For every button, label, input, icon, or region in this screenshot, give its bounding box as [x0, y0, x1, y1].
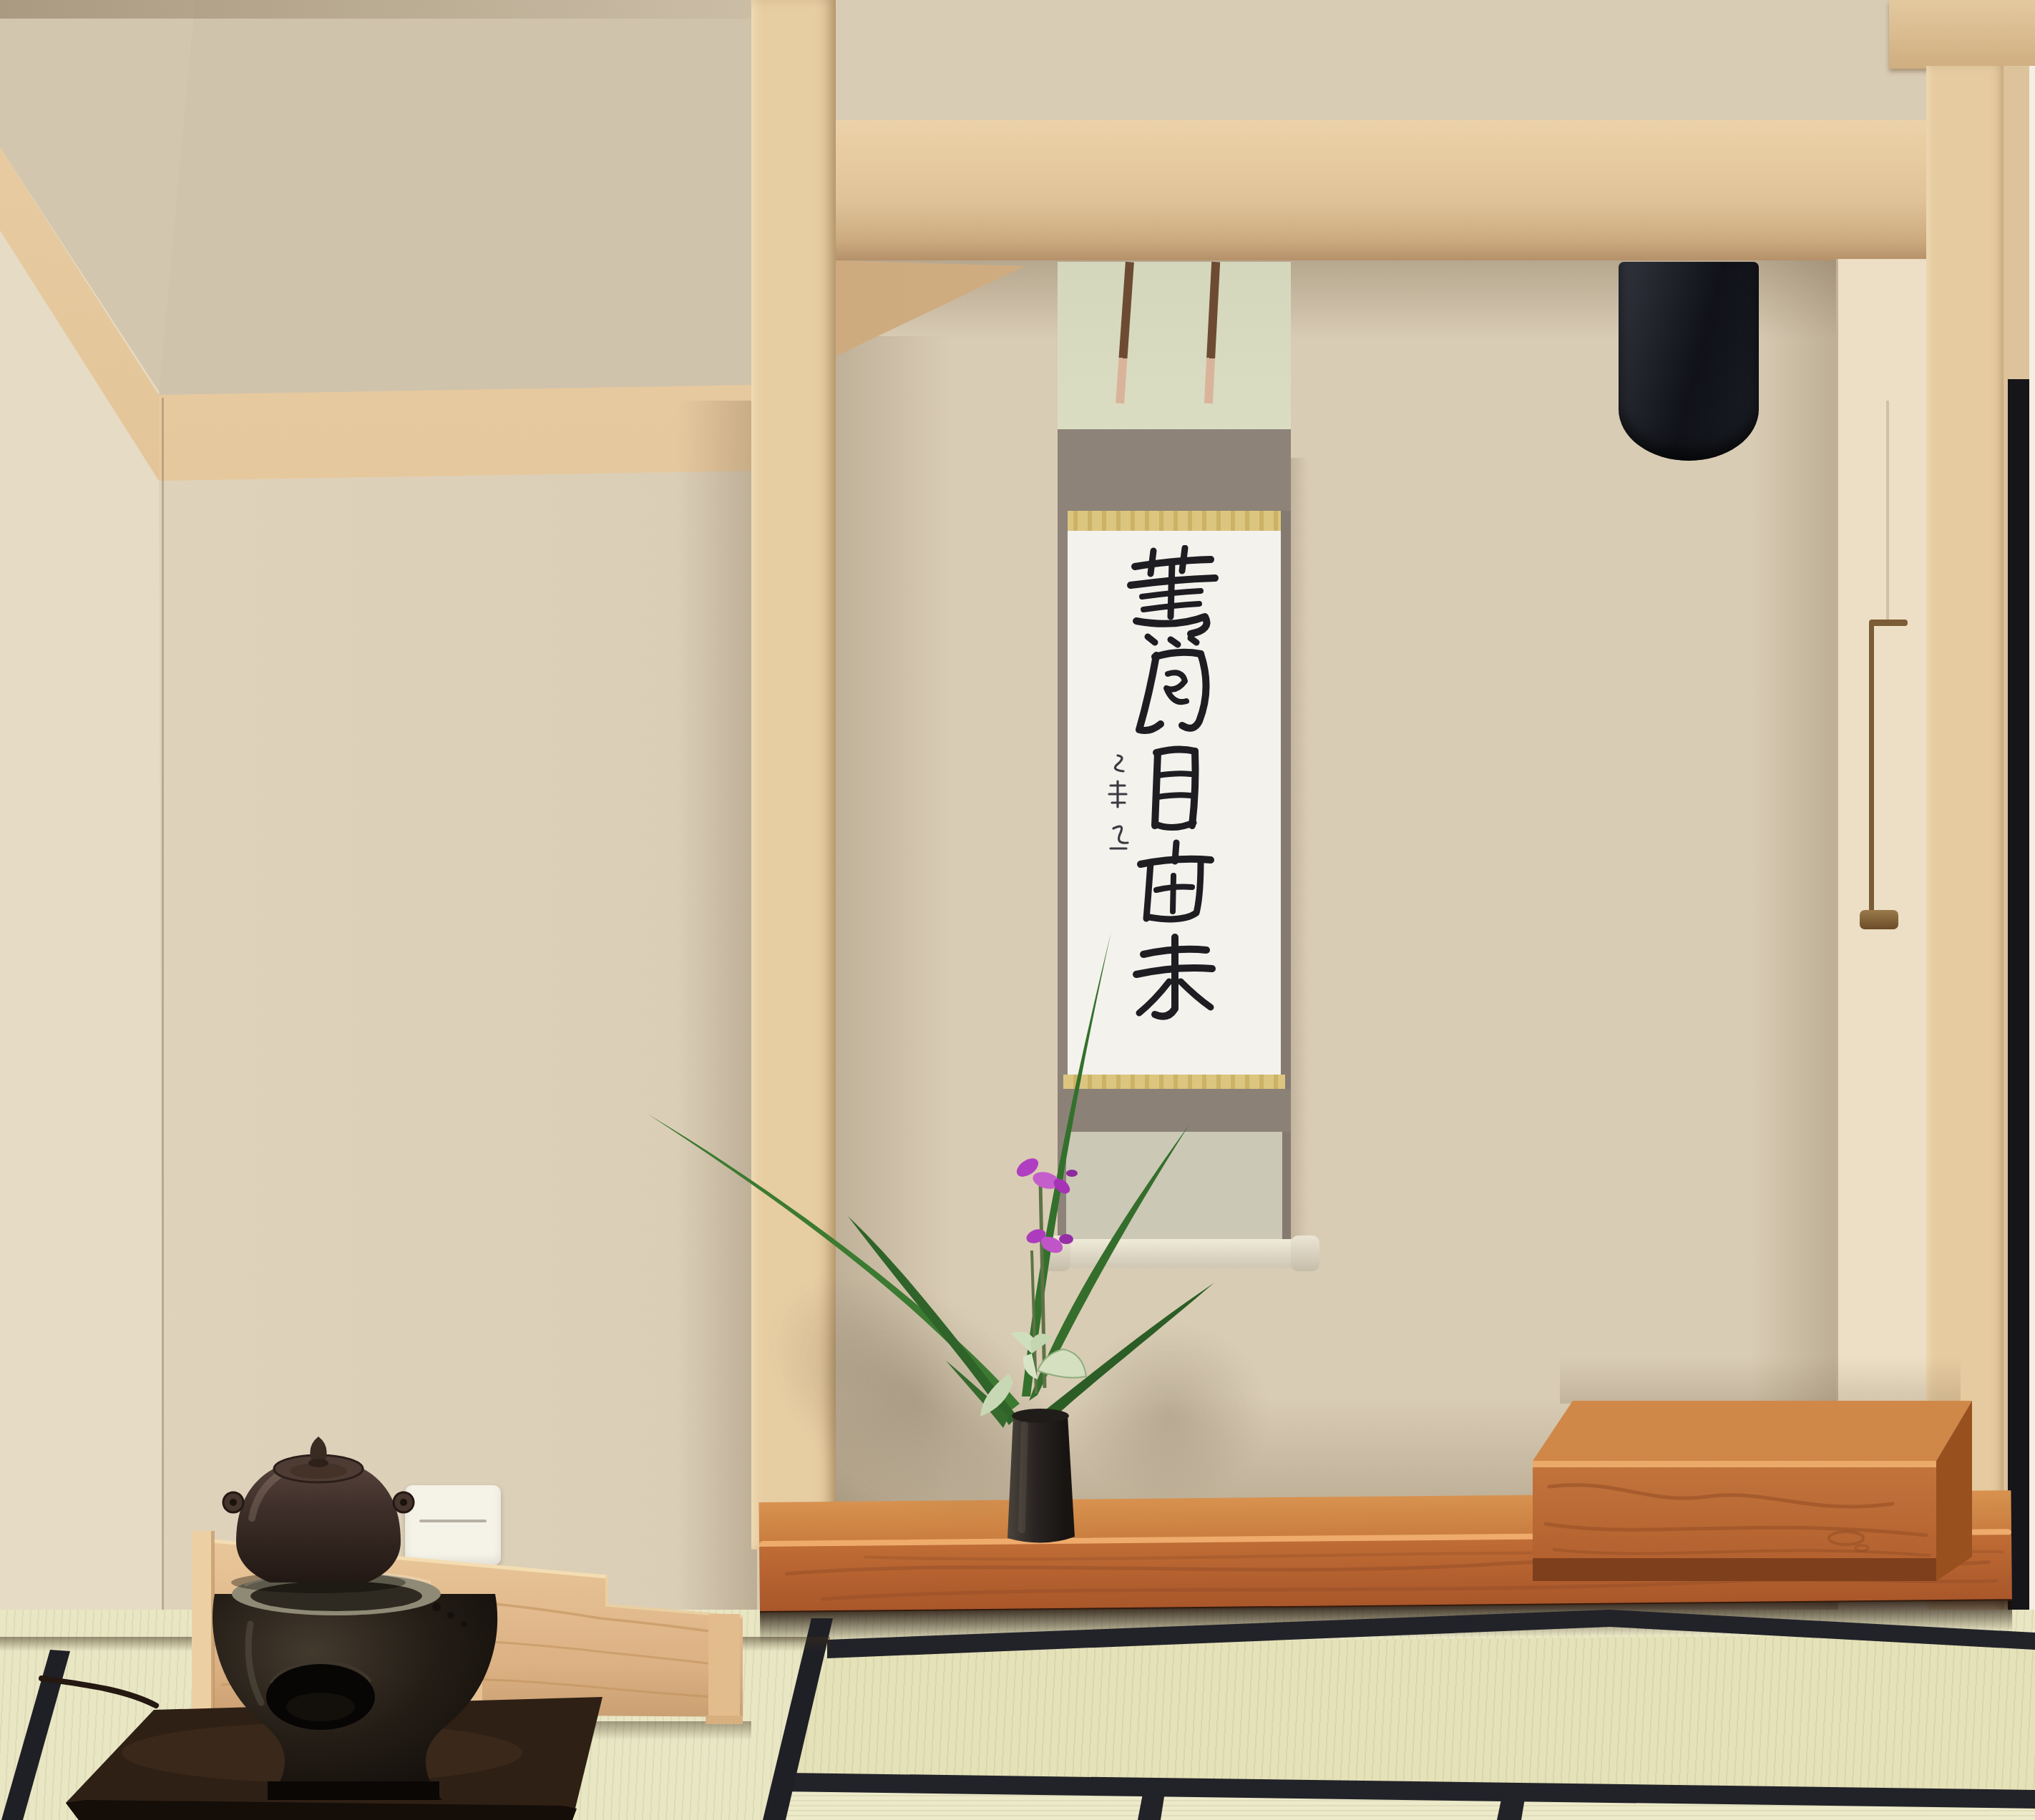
- kettle-and-brazier: [36, 1395, 637, 1820]
- tea-room-photo: 薫風自南来 太玄書: [0, 0, 2035, 1820]
- leaf-long-left: [648, 1114, 1020, 1411]
- power-cord: [42, 1678, 156, 1706]
- orchid-cluster-upper: [1013, 1155, 1078, 1196]
- flower-arrangement: [608, 916, 1252, 1560]
- vase-body: [1007, 1412, 1075, 1542]
